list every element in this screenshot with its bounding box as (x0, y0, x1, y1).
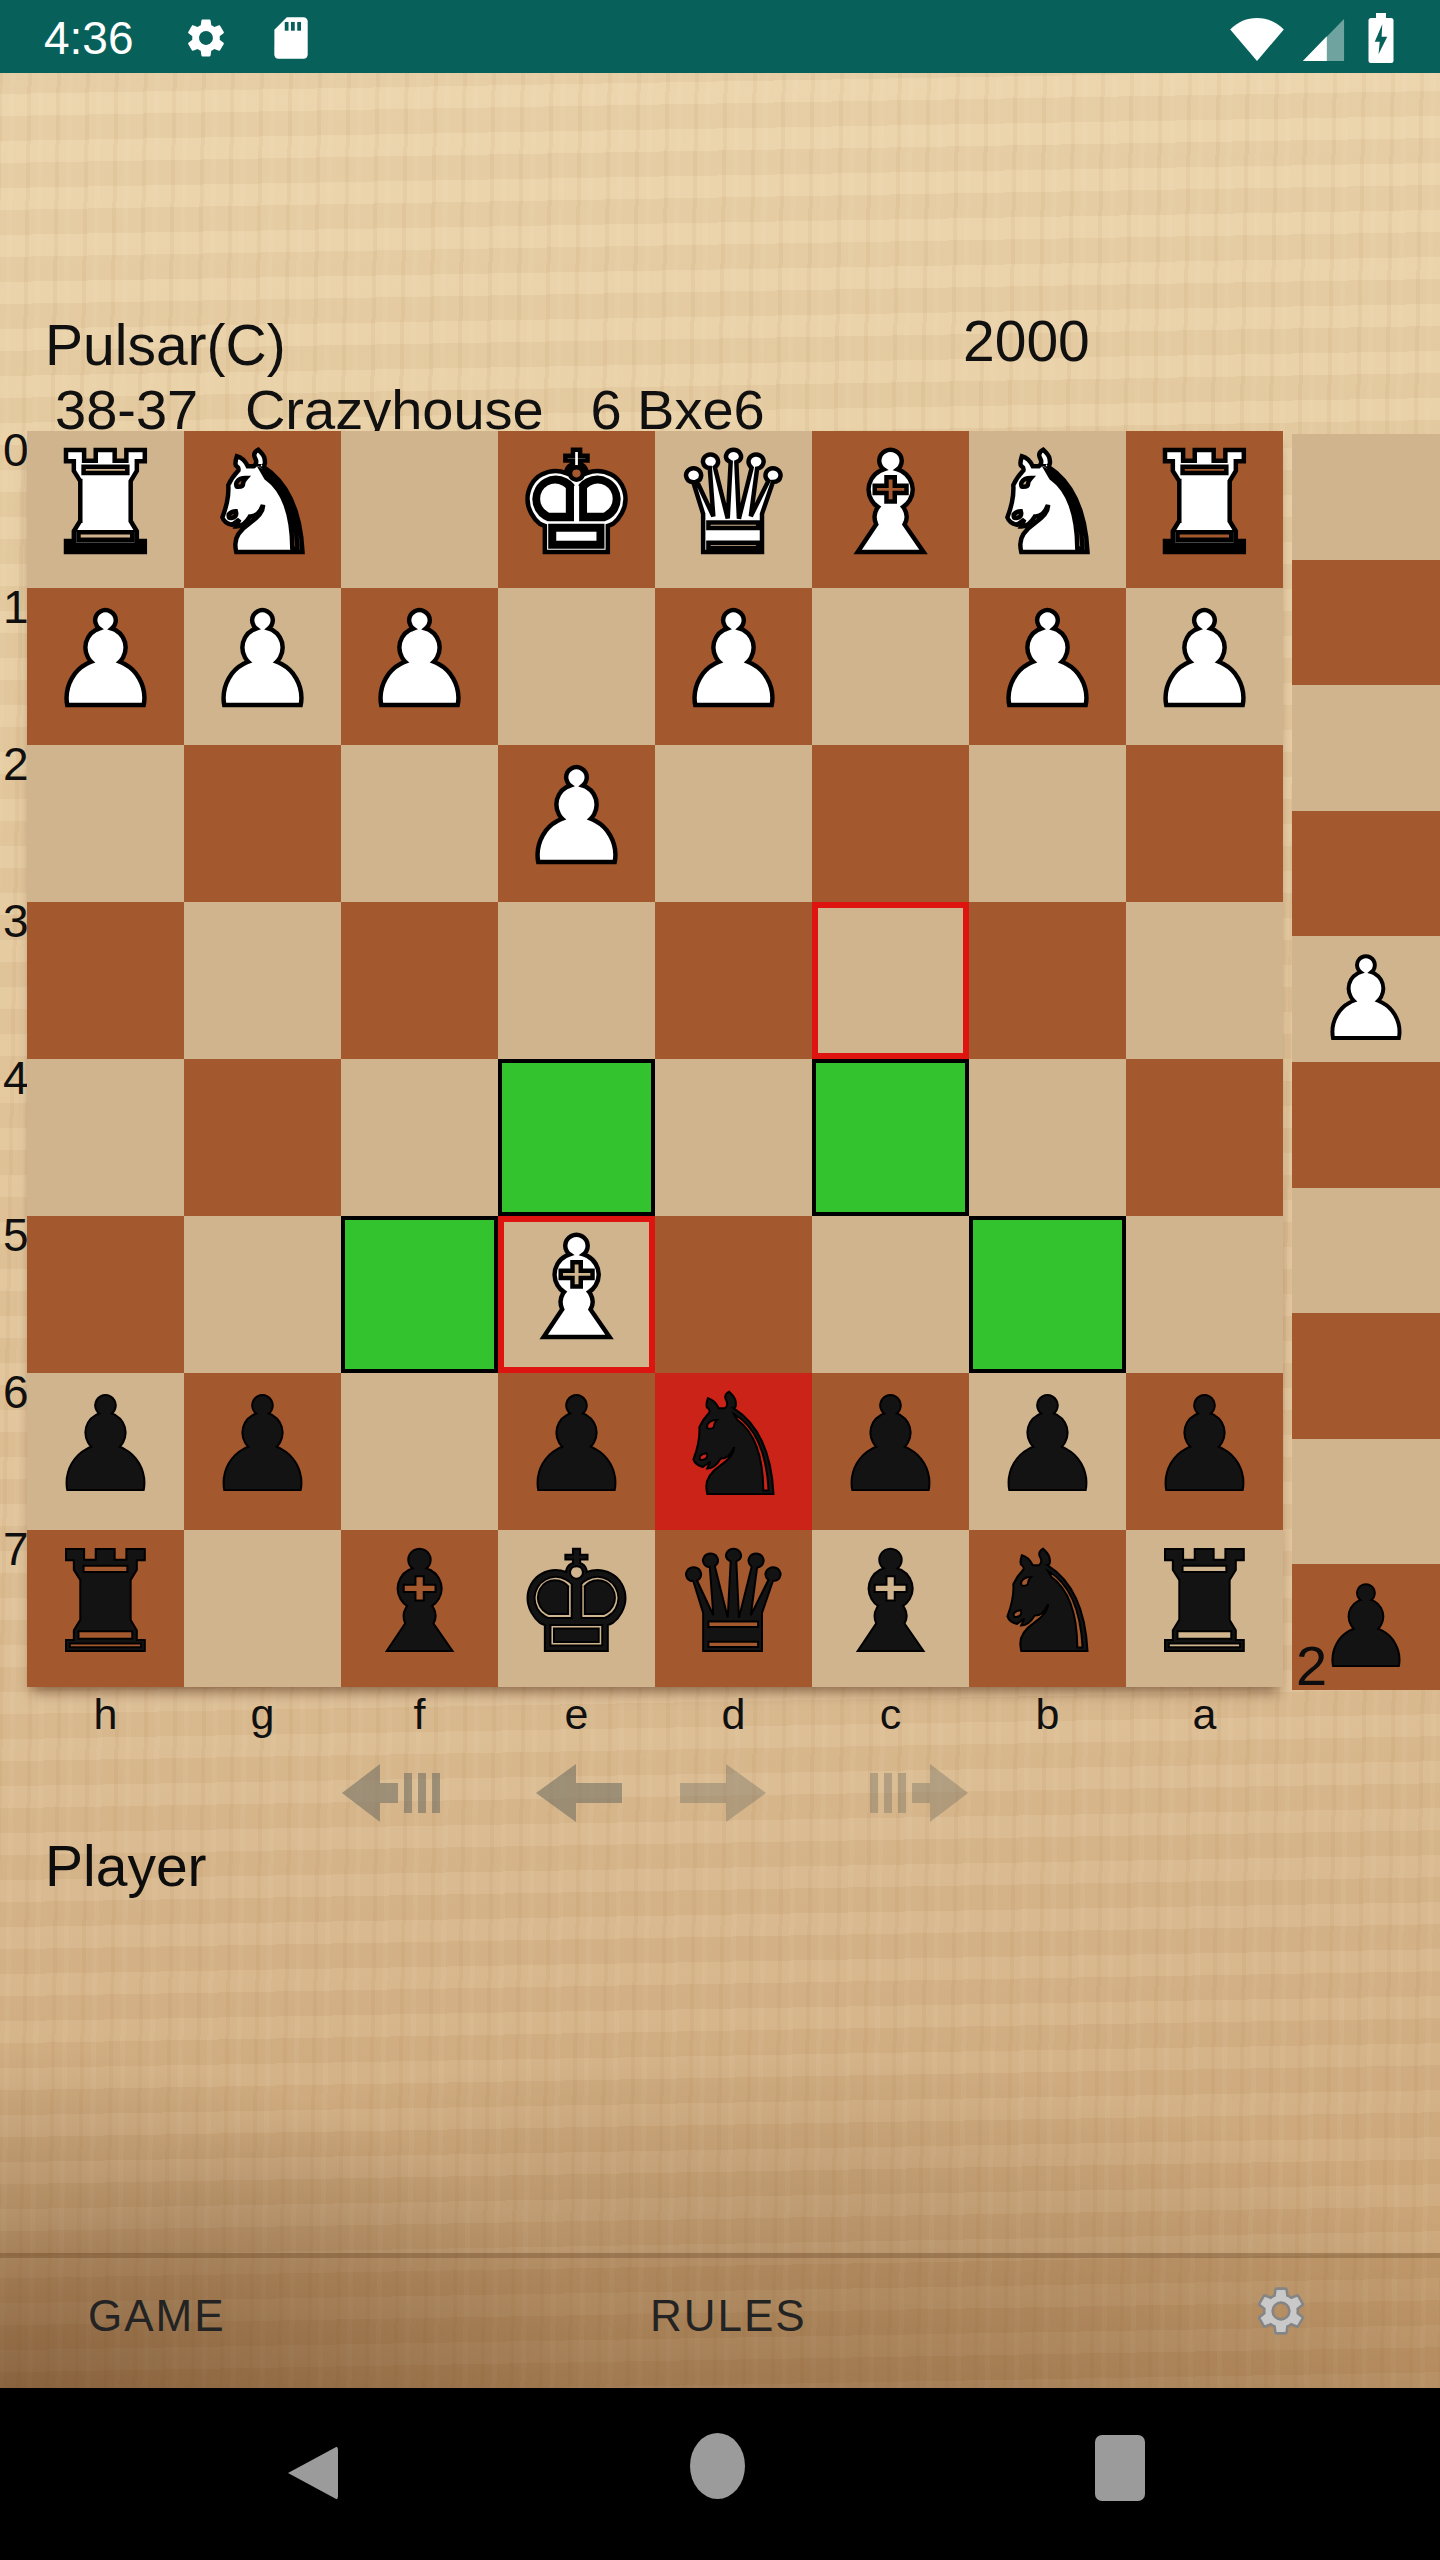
square-h7[interactable]: ♟ (27, 1373, 184, 1530)
black-bishop[interactable]: ♝ (828, 1530, 954, 1681)
square-d8[interactable]: ♛ (655, 1530, 812, 1687)
file-label-g: g (184, 1690, 341, 1739)
white-knight[interactable]: ♞ (985, 431, 1111, 582)
square-a8[interactable]: ♜ (1126, 1530, 1283, 1687)
square-c3[interactable] (812, 745, 969, 902)
square-e7[interactable]: ♟ (498, 1373, 655, 1530)
square-h1[interactable]: ♜ (27, 431, 184, 588)
black-rook[interactable]: ♜ (1142, 1530, 1268, 1681)
square-g2[interactable]: ♟ (184, 588, 341, 745)
square-e5[interactable] (498, 1059, 655, 1216)
square-a5[interactable] (1126, 1059, 1283, 1216)
square-d5[interactable] (655, 1059, 812, 1216)
square-b5[interactable] (969, 1059, 1126, 1216)
square-c1[interactable]: ♝ (812, 431, 969, 588)
black-pawn[interactable]: ♟ (204, 1373, 321, 1524)
go-to-start-button[interactable] (340, 1762, 458, 1828)
white-pawn[interactable]: ♟ (1146, 588, 1263, 739)
game-menu-button[interactable]: GAME (88, 2291, 226, 2341)
white-rook[interactable]: ♜ (43, 431, 169, 582)
rank-label-2: 2 (3, 737, 29, 791)
black-pawn[interactable]: ♟ (47, 1373, 164, 1524)
pulsar-chess-app: 4:36 Pulsar(C) 2000 38-37 Crazyhouse 6 B… (0, 0, 1440, 2560)
pocket-black-pawn-count: 2 (1296, 1633, 1327, 1698)
black-pawn[interactable]: ♟ (518, 1373, 635, 1524)
square-c8[interactable]: ♝ (812, 1530, 969, 1687)
square-g7[interactable]: ♟ (184, 1373, 341, 1530)
rank-label-3: 3 (3, 894, 29, 948)
square-e3[interactable]: ♟ (498, 745, 655, 902)
battery-charging-icon (1366, 13, 1396, 63)
black-bishop[interactable]: ♝ (357, 1530, 483, 1681)
square-b1[interactable]: ♞ (969, 431, 1126, 588)
engine-rating: 2000 (963, 308, 1090, 374)
tray-cell-1[interactable] (1292, 560, 1440, 686)
forward-arrow-icon (668, 1762, 768, 1824)
tray-cell-6[interactable] (1292, 1188, 1440, 1314)
rank-label-4: 4 (3, 1051, 29, 1105)
white-pawn[interactable]: ♟ (989, 588, 1106, 739)
square-b2[interactable]: ♟ (969, 588, 1126, 745)
wifi-icon (1228, 18, 1286, 62)
black-pawn[interactable]: ♟ (832, 1373, 949, 1524)
pocket-black-pawn[interactable]: ♟ (1316, 1565, 1416, 1690)
step-forward-button[interactable] (668, 1762, 768, 1828)
white-queen[interactable]: ♛ (671, 431, 797, 582)
black-queen[interactable]: ♛ (671, 1530, 797, 1681)
rank-label-5: 5 (3, 1208, 29, 1262)
tray-cell-7[interactable] (1292, 1313, 1440, 1439)
square-b4[interactable] (969, 902, 1126, 1059)
square-c6[interactable] (812, 1216, 969, 1373)
square-g6[interactable] (184, 1216, 341, 1373)
status-bar: 4:36 (0, 0, 1440, 73)
square-b8[interactable]: ♞ (969, 1530, 1126, 1687)
square-f7[interactable] (341, 1373, 498, 1530)
square-g5[interactable] (184, 1059, 341, 1216)
pocket-white-pawn[interactable]: ♟ (1316, 937, 1416, 1062)
black-rook[interactable]: ♜ (43, 1530, 169, 1681)
go-to-end-button[interactable] (852, 1762, 970, 1828)
engine-name: Pulsar(C) (45, 312, 286, 378)
back-icon[interactable] (288, 2446, 338, 2500)
square-h8[interactable]: ♜ (27, 1530, 184, 1687)
square-b3[interactable] (969, 745, 1126, 902)
black-knight[interactable]: ♞ (985, 1530, 1111, 1681)
square-e8[interactable]: ♚ (498, 1530, 655, 1687)
file-label-d: d (655, 1690, 812, 1739)
rank-label-6: 6 (3, 1365, 29, 1419)
square-h2[interactable]: ♟ (27, 588, 184, 745)
tray-cell-8[interactable] (1292, 1439, 1440, 1565)
square-g1[interactable]: ♞ (184, 431, 341, 588)
square-d1[interactable]: ♛ (655, 431, 812, 588)
move-navigation (0, 1762, 1440, 1826)
square-d6[interactable] (655, 1216, 812, 1373)
square-g8[interactable] (184, 1530, 341, 1687)
file-label-b: b (969, 1690, 1126, 1739)
square-a2[interactable]: ♟ (1126, 588, 1283, 745)
square-e1[interactable]: ♚ (498, 431, 655, 588)
square-d7[interactable]: ♞ (655, 1373, 812, 1530)
white-pawn[interactable]: ♟ (361, 588, 478, 739)
square-c2[interactable] (812, 588, 969, 745)
square-a6[interactable] (1126, 1216, 1283, 1373)
tray-cell-4[interactable]: ♟ (1292, 936, 1440, 1062)
square-a7[interactable]: ♟ (1126, 1373, 1283, 1530)
tray-cell-3[interactable] (1292, 811, 1440, 937)
white-king[interactable]: ♚ (514, 431, 640, 582)
square-f6[interactable] (341, 1216, 498, 1373)
rank-label-7: 7 (3, 1522, 29, 1576)
tray-cell-9[interactable]: ♟2 (1292, 1564, 1440, 1690)
square-a1[interactable]: ♜ (1126, 431, 1283, 588)
settings-icon (183, 15, 229, 61)
square-g4[interactable] (184, 902, 341, 1059)
square-h6[interactable] (27, 1216, 184, 1373)
square-c5[interactable] (812, 1059, 969, 1216)
square-b7[interactable]: ♟ (969, 1373, 1126, 1530)
rules-menu-button[interactable]: RULES (650, 2291, 807, 2341)
tray-cell-0[interactable] (1292, 434, 1440, 560)
square-f1[interactable] (341, 431, 498, 588)
cell-signal-icon (1300, 18, 1346, 62)
white-bishop[interactable]: ♝ (514, 1216, 640, 1367)
clock-time: 4:36 (44, 11, 134, 65)
square-e2[interactable] (498, 588, 655, 745)
recents-icon[interactable] (1095, 2435, 1145, 2501)
settings-gear-button[interactable] (1253, 2283, 1309, 2339)
square-f8[interactable]: ♝ (341, 1530, 498, 1687)
white-bishop[interactable]: ♝ (828, 431, 954, 582)
white-rook[interactable]: ♜ (1142, 431, 1268, 582)
rank-label-0: 0 (3, 423, 29, 477)
white-pawn[interactable]: ♟ (204, 588, 321, 739)
square-d2[interactable]: ♟ (655, 588, 812, 745)
sd-card-icon (266, 13, 316, 63)
file-label-f: f (341, 1690, 498, 1739)
chess-board[interactable]: ♜♞♚♛♝♞♜♟♟♟♟♟♟♟♝♟♟♟♞♟♟♟♜♝♚♛♝♞♜ (27, 431, 1283, 1687)
square-d4[interactable] (655, 902, 812, 1059)
square-c4[interactable] (812, 902, 969, 1059)
pocket-tray[interactable]: ♟♟2 (1292, 434, 1440, 1690)
square-f4[interactable] (341, 902, 498, 1059)
step-back-button[interactable] (534, 1762, 634, 1828)
file-label-h: h (27, 1690, 184, 1739)
square-e4[interactable] (498, 902, 655, 1059)
square-c7[interactable]: ♟ (812, 1373, 969, 1530)
file-label-c: c (812, 1690, 969, 1739)
black-king[interactable]: ♚ (514, 1530, 640, 1681)
black-pawn[interactable]: ♟ (989, 1373, 1106, 1524)
white-pawn[interactable]: ♟ (675, 588, 792, 739)
white-pawn[interactable]: ♟ (518, 745, 635, 896)
tray-cell-2[interactable] (1292, 685, 1440, 811)
square-f5[interactable] (341, 1059, 498, 1216)
rank-label-1: 1 (3, 580, 29, 634)
android-navbar (0, 2388, 1440, 2560)
rewind-to-start-icon (340, 1762, 458, 1824)
fast-forward-to-end-icon (852, 1762, 970, 1824)
settings-gear-icon (1253, 2283, 1309, 2339)
white-knight[interactable]: ♞ (200, 431, 326, 582)
file-label-a: a (1126, 1690, 1283, 1739)
square-h5[interactable] (27, 1059, 184, 1216)
home-icon[interactable] (690, 2433, 745, 2499)
square-h3[interactable] (27, 745, 184, 902)
back-arrow-icon (534, 1762, 634, 1824)
square-a4[interactable] (1126, 902, 1283, 1059)
square-e6[interactable]: ♝ (498, 1216, 655, 1373)
square-a3[interactable] (1126, 745, 1283, 902)
player-name: Player (45, 1833, 207, 1899)
tray-cell-5[interactable] (1292, 1062, 1440, 1188)
black-pawn[interactable]: ♟ (1146, 1373, 1263, 1524)
square-b6[interactable] (969, 1216, 1126, 1373)
square-d3[interactable] (655, 745, 812, 902)
square-g3[interactable] (184, 745, 341, 902)
square-f3[interactable] (341, 745, 498, 902)
white-pawn[interactable]: ♟ (47, 588, 164, 739)
file-label-e: e (498, 1690, 655, 1739)
square-h4[interactable] (27, 902, 184, 1059)
black-knight[interactable]: ♞ (671, 1373, 797, 1524)
square-f2[interactable]: ♟ (341, 588, 498, 745)
